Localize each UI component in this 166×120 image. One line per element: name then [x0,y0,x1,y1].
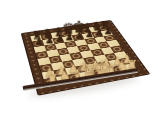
square-h4 [110,45,124,52]
chess-set-photo: ♜♞♝♛♚♝♞♜♟♟♟♟♟♟♟♟♟♟♟♟♟♟♟♟♜♞♝♛♚♝♞♜ [0,0,166,120]
square-b5 [46,49,59,57]
